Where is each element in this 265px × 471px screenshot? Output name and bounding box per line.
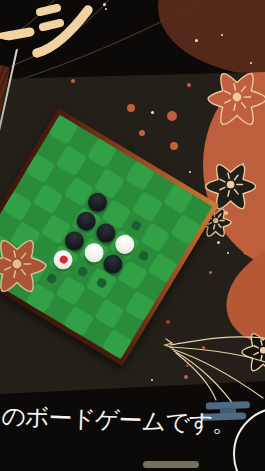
- decor-dot: [105, 8, 107, 10]
- decor-dot: [127, 104, 135, 112]
- decor-dot: [187, 83, 191, 87]
- decor-dot: [166, 320, 170, 324]
- decor-dot: [227, 252, 229, 254]
- legal-move-hint[interactable]: [130, 219, 142, 231]
- legal-move-hint[interactable]: [76, 265, 88, 277]
- decor-dot: [167, 111, 177, 121]
- app-store-screenshot: のボードゲームです。: [0, 0, 265, 471]
- legal-move-hint[interactable]: [137, 250, 149, 262]
- page-indicator-line: [143, 461, 199, 468]
- decor-dot: [221, 34, 223, 36]
- decor-dot: [250, 62, 252, 64]
- decor-dot: [170, 142, 178, 150]
- caption-text: のボードゲームです。: [1, 400, 236, 440]
- decor-dot: [195, 39, 198, 42]
- decor-dot: [243, 247, 251, 255]
- decor-dot: [139, 130, 145, 136]
- decor-dot: [209, 271, 212, 274]
- katakana-title-icon: [0, 0, 115, 65]
- legal-move-hint[interactable]: [95, 277, 107, 289]
- decor-dot: [103, 3, 106, 6]
- decor-dot: [151, 111, 154, 114]
- flower-art: [0, 218, 65, 314]
- decor-dot: [71, 79, 75, 83]
- flower-art: [189, 51, 265, 147]
